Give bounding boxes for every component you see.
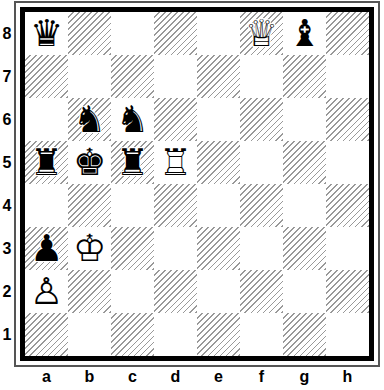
square-e7[interactable]	[197, 55, 240, 98]
rank-label-8: 8	[0, 12, 14, 55]
rank-label-2: 2	[0, 270, 14, 313]
rank-label-3: 3	[0, 227, 14, 270]
square-a8[interactable]: ♛	[25, 12, 68, 55]
board-outer-line: ♛♛♕♝♞♞♜♚♜♜♖♟♚♔♟♙	[14, 1, 380, 367]
square-h1[interactable]	[326, 313, 369, 356]
square-g4[interactable]	[283, 184, 326, 227]
square-f6[interactable]	[240, 98, 283, 141]
piece-outline-layer: ♔	[68, 227, 111, 270]
square-h6[interactable]	[326, 98, 369, 141]
square-e4[interactable]	[197, 184, 240, 227]
square-c2[interactable]	[111, 270, 154, 313]
square-d4[interactable]	[154, 184, 197, 227]
square-g5[interactable]	[283, 141, 326, 184]
file-label-a: a	[25, 366, 68, 388]
board-frame: ♛♛♕♝♞♞♜♚♜♜♖♟♚♔♟♙	[20, 7, 374, 361]
piece-black-knight[interactable]: ♞	[68, 98, 111, 141]
piece-white-queen[interactable]: ♛♕	[240, 12, 283, 55]
rank-label-6: 6	[0, 98, 14, 141]
piece-outline-layer: ♖	[154, 141, 197, 184]
square-f7[interactable]	[240, 55, 283, 98]
square-e8[interactable]	[197, 12, 240, 55]
piece-glyph: ♚	[68, 141, 111, 184]
square-c7[interactable]	[111, 55, 154, 98]
square-d8[interactable]	[154, 12, 197, 55]
square-d6[interactable]	[154, 98, 197, 141]
square-e6[interactable]	[197, 98, 240, 141]
square-f1[interactable]	[240, 313, 283, 356]
square-f3[interactable]	[240, 227, 283, 270]
piece-black-rook[interactable]: ♜	[111, 141, 154, 184]
square-g3[interactable]	[283, 227, 326, 270]
square-a7[interactable]	[25, 55, 68, 98]
square-a5[interactable]: ♜	[25, 141, 68, 184]
square-h8[interactable]	[326, 12, 369, 55]
rank-label-7: 7	[0, 55, 14, 98]
square-c6[interactable]: ♞	[111, 98, 154, 141]
square-g7[interactable]	[283, 55, 326, 98]
square-c3[interactable]	[111, 227, 154, 270]
piece-black-pawn[interactable]: ♟	[25, 227, 68, 270]
rank-label-1: 1	[0, 313, 14, 356]
chess-board: ♛♛♕♝♞♞♜♚♜♜♖♟♚♔♟♙	[25, 12, 369, 356]
chess-diagram: 87654321 ♛♛♕♝♞♞♜♚♜♜♖♟♚♔♟♙ abcdefgh	[0, 0, 384, 390]
square-f5[interactable]	[240, 141, 283, 184]
piece-black-rook[interactable]: ♜	[25, 141, 68, 184]
file-labels: abcdefgh	[25, 366, 369, 388]
square-g2[interactable]	[283, 270, 326, 313]
file-label-c: c	[111, 366, 154, 388]
square-h5[interactable]	[326, 141, 369, 184]
file-label-h: h	[326, 366, 369, 388]
piece-glyph: ♛	[25, 12, 68, 55]
file-label-b: b	[68, 366, 111, 388]
square-h3[interactable]	[326, 227, 369, 270]
square-c5[interactable]: ♜	[111, 141, 154, 184]
square-a2[interactable]: ♟♙	[25, 270, 68, 313]
piece-glyph: ♟	[25, 227, 68, 270]
square-b3[interactable]: ♚♔	[68, 227, 111, 270]
piece-glyph: ♜	[25, 141, 68, 184]
piece-glyph: ♝	[283, 12, 326, 55]
square-a6[interactable]	[25, 98, 68, 141]
piece-black-queen[interactable]: ♛	[25, 12, 68, 55]
piece-white-rook[interactable]: ♜♖	[154, 141, 197, 184]
rank-label-4: 4	[0, 184, 14, 227]
square-b2[interactable]	[68, 270, 111, 313]
square-a1[interactable]	[25, 313, 68, 356]
piece-black-bishop[interactable]: ♝	[283, 12, 326, 55]
square-g1[interactable]	[283, 313, 326, 356]
square-e5[interactable]	[197, 141, 240, 184]
square-g8[interactable]: ♝	[283, 12, 326, 55]
square-b6[interactable]: ♞	[68, 98, 111, 141]
square-b5[interactable]: ♚	[68, 141, 111, 184]
piece-black-king[interactable]: ♚	[68, 141, 111, 184]
file-label-f: f	[240, 366, 283, 388]
square-b4[interactable]	[68, 184, 111, 227]
square-d5[interactable]: ♜♖	[154, 141, 197, 184]
square-f2[interactable]	[240, 270, 283, 313]
square-b7[interactable]	[68, 55, 111, 98]
square-a4[interactable]	[25, 184, 68, 227]
square-f8[interactable]: ♛♕	[240, 12, 283, 55]
square-e2[interactable]	[197, 270, 240, 313]
piece-glyph: ♞	[111, 98, 154, 141]
square-h2[interactable]	[326, 270, 369, 313]
piece-outline-layer: ♕	[240, 12, 283, 55]
rank-labels: 87654321	[0, 12, 14, 356]
square-c8[interactable]	[111, 12, 154, 55]
square-h4[interactable]	[326, 184, 369, 227]
piece-black-knight[interactable]: ♞	[111, 98, 154, 141]
square-d1[interactable]	[154, 313, 197, 356]
square-g6[interactable]	[283, 98, 326, 141]
square-d7[interactable]	[154, 55, 197, 98]
square-a3[interactable]: ♟	[25, 227, 68, 270]
file-label-g: g	[283, 366, 326, 388]
square-b1[interactable]	[68, 313, 111, 356]
square-h7[interactable]	[326, 55, 369, 98]
square-b8[interactable]	[68, 12, 111, 55]
rank-label-5: 5	[0, 141, 14, 184]
square-e3[interactable]	[197, 227, 240, 270]
piece-glyph: ♜	[111, 141, 154, 184]
square-f4[interactable]	[240, 184, 283, 227]
square-e1[interactable]	[197, 313, 240, 356]
piece-outline-layer: ♙	[25, 270, 68, 313]
square-c4[interactable]	[111, 184, 154, 227]
file-label-e: e	[197, 366, 240, 388]
square-d2[interactable]	[154, 270, 197, 313]
file-label-d: d	[154, 366, 197, 388]
square-d3[interactable]	[154, 227, 197, 270]
piece-glyph: ♞	[68, 98, 111, 141]
piece-white-pawn[interactable]: ♟♙	[25, 270, 68, 313]
piece-white-king[interactable]: ♚♔	[68, 227, 111, 270]
square-c1[interactable]	[111, 313, 154, 356]
